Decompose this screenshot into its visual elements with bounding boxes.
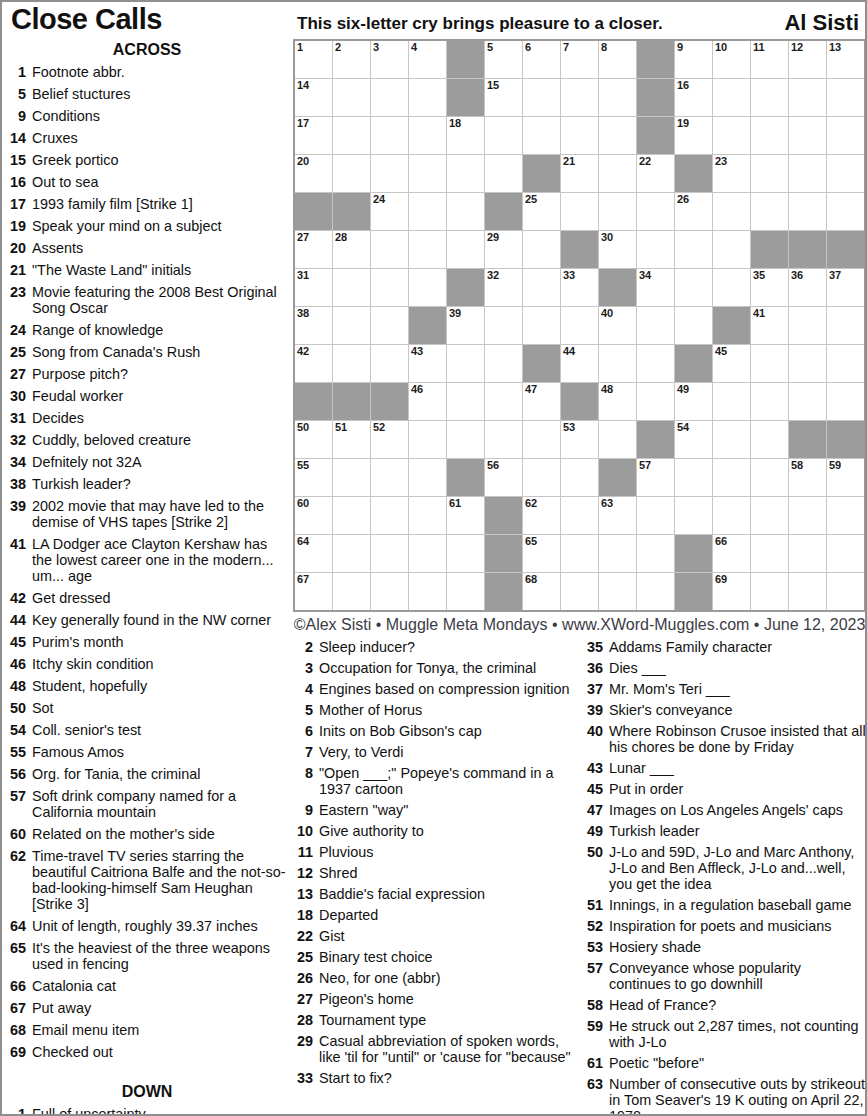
grid-cell-r1c6[interactable]: 5 bbox=[485, 41, 522, 78]
grid-cell-r5c9[interactable] bbox=[599, 193, 636, 230]
block-cell-r8c12 bbox=[713, 307, 750, 344]
clue-down-8: 8"Open ___;" Popeye's command in a 1937 … bbox=[294, 765, 580, 797]
cell-number: 32 bbox=[487, 270, 499, 281]
grid-cell-r3c14[interactable] bbox=[789, 117, 826, 154]
grid-cell-r6c6[interactable]: 29 bbox=[485, 231, 522, 268]
grid-cell-r14c7[interactable]: 65 bbox=[523, 535, 560, 572]
grid-cell-r11c9[interactable] bbox=[599, 421, 636, 458]
block-cell-r4c11 bbox=[675, 155, 712, 192]
cell-number: 7 bbox=[563, 42, 569, 53]
grid-cell-r5c4[interactable] bbox=[409, 193, 446, 230]
grid-cell-r7c15[interactable]: 37 bbox=[827, 269, 864, 306]
block-cell-r12c9 bbox=[599, 459, 636, 496]
meta-prompt: This six-letter cry brings pleasure to a… bbox=[297, 14, 663, 34]
grid-cell-r6c5[interactable] bbox=[447, 231, 484, 268]
clue-down-6: 6Inits on Bob Gibson's cap bbox=[294, 723, 580, 739]
grid-cell-r4c3[interactable] bbox=[371, 155, 408, 192]
grid-cell-r15c8[interactable] bbox=[561, 573, 598, 610]
grid-cell-r4c10[interactable]: 22 bbox=[637, 155, 674, 192]
grid-cell-r4c9[interactable] bbox=[599, 155, 636, 192]
grid-cell-r13c15[interactable] bbox=[827, 497, 864, 534]
grid-cell-r7c14[interactable]: 36 bbox=[789, 269, 826, 306]
cell-number: 42 bbox=[297, 346, 309, 357]
grid-cell-r11c1[interactable]: 50 bbox=[295, 421, 332, 458]
grid-cell-r8c7[interactable] bbox=[523, 307, 560, 344]
clue-text: Number of consecutive outs by strikeout … bbox=[609, 1076, 866, 1116]
clue-down-27: 27Pigeon's home bbox=[294, 991, 580, 1007]
grid-cell-r8c1[interactable]: 38 bbox=[295, 307, 332, 344]
cell-number: 50 bbox=[297, 422, 309, 433]
grid-cell-r15c2[interactable] bbox=[333, 573, 370, 610]
grid-cell-r3c4[interactable] bbox=[409, 117, 446, 154]
grid-cell-r10c14[interactable] bbox=[789, 383, 826, 420]
grid-cell-r8c10[interactable] bbox=[637, 307, 674, 344]
grid-cell-r9c13[interactable] bbox=[751, 345, 788, 382]
grid-cell-r1c4[interactable]: 4 bbox=[409, 41, 446, 78]
cell-number: 37 bbox=[829, 270, 841, 281]
clue-text: Where Robinson Crusoe insisted that all … bbox=[609, 723, 866, 755]
grid-cell-r14c4[interactable] bbox=[409, 535, 446, 572]
grid-cell-r9c1[interactable]: 42 bbox=[295, 345, 332, 382]
grid-cell-r13c10[interactable] bbox=[637, 497, 674, 534]
grid-cell-r12c10[interactable]: 57 bbox=[637, 459, 674, 496]
grid-cell-r11c11[interactable]: 54 bbox=[675, 421, 712, 458]
clue-number: 45 bbox=[584, 781, 603, 797]
grid-cell-r9c3[interactable] bbox=[371, 345, 408, 382]
grid-cell-r15c12[interactable]: 69 bbox=[713, 573, 750, 610]
grid-cell-r6c10[interactable] bbox=[637, 231, 674, 268]
cell-number: 5 bbox=[487, 42, 493, 53]
clue-across-23: 23Movie featuring the 2008 Best Original… bbox=[7, 284, 287, 316]
grid-cell-r15c15[interactable] bbox=[827, 573, 864, 610]
grid-cell-r7c10[interactable]: 34 bbox=[637, 269, 674, 306]
grid-cell-r5c10[interactable] bbox=[637, 193, 674, 230]
grid-cell-r8c9[interactable]: 40 bbox=[599, 307, 636, 344]
clue-across-50: 50Sot bbox=[7, 700, 287, 716]
clue-across-42: 42Get dressed bbox=[7, 590, 287, 606]
grid-cell-r15c14[interactable] bbox=[789, 573, 826, 610]
grid-cell-r4c4[interactable] bbox=[409, 155, 446, 192]
grid-cell-r10c5[interactable] bbox=[447, 383, 484, 420]
grid-cell-r4c6[interactable] bbox=[485, 155, 522, 192]
grid-cell-r2c11[interactable]: 16 bbox=[675, 79, 712, 116]
grid-cell-r15c4[interactable] bbox=[409, 573, 446, 610]
grid-cell-r8c2[interactable] bbox=[333, 307, 370, 344]
grid-cell-r1c7[interactable]: 6 bbox=[523, 41, 560, 78]
clue-down-33: 33Start to fix? bbox=[294, 1070, 580, 1086]
grid-cell-r10c10[interactable] bbox=[637, 383, 674, 420]
clue-text: Eastern "way" bbox=[319, 802, 580, 818]
grid-cell-r8c11[interactable] bbox=[675, 307, 712, 344]
grid-cell-r10c7[interactable]: 47 bbox=[523, 383, 560, 420]
grid-cell-r10c6[interactable] bbox=[485, 383, 522, 420]
grid-cell-r7c1[interactable]: 31 bbox=[295, 269, 332, 306]
grid-cell-r10c13[interactable] bbox=[751, 383, 788, 420]
grid-cell-r2c2[interactable] bbox=[333, 79, 370, 116]
grid-cell-r13c8[interactable] bbox=[561, 497, 598, 534]
grid-cell-r9c6[interactable] bbox=[485, 345, 522, 382]
grid-cell-r14c1[interactable]: 64 bbox=[295, 535, 332, 572]
clue-text: Sleep inducer? bbox=[319, 639, 580, 655]
grid-cell-r9c9[interactable] bbox=[599, 345, 636, 382]
grid-cell-r3c6[interactable] bbox=[485, 117, 522, 154]
grid-cell-r3c15[interactable] bbox=[827, 117, 864, 154]
clue-number: 9 bbox=[7, 108, 26, 124]
grid-cell-r9c15[interactable] bbox=[827, 345, 864, 382]
grid-cell-r12c3[interactable] bbox=[371, 459, 408, 496]
grid-cell-r9c12[interactable]: 45 bbox=[713, 345, 750, 382]
grid-cell-r6c9[interactable]: 30 bbox=[599, 231, 636, 268]
cell-number: 18 bbox=[449, 118, 461, 129]
clue-number: 21 bbox=[7, 262, 26, 278]
clue-text: Shred bbox=[319, 865, 580, 881]
grid-cell-r13c12[interactable] bbox=[713, 497, 750, 534]
clue-text: Skier's conveyance bbox=[609, 702, 866, 718]
block-cell-r7c9 bbox=[599, 269, 636, 306]
block-cell-r8c4 bbox=[409, 307, 446, 344]
grid-cell-r4c14[interactable] bbox=[789, 155, 826, 192]
grid-cell-r9c10[interactable] bbox=[637, 345, 674, 382]
grid-cell-r4c13[interactable] bbox=[751, 155, 788, 192]
grid-cell-r11c6[interactable] bbox=[485, 421, 522, 458]
grid-cell-r6c1[interactable]: 27 bbox=[295, 231, 332, 268]
clue-down-61: 61Poetic "before" bbox=[584, 1055, 866, 1071]
grid-cell-r14c10[interactable] bbox=[637, 535, 674, 572]
grid-cell-r6c4[interactable] bbox=[409, 231, 446, 268]
grid-cell-r10c11[interactable]: 49 bbox=[675, 383, 712, 420]
grid-cell-r14c12[interactable]: 66 bbox=[713, 535, 750, 572]
grid-cell-r10c9[interactable]: 48 bbox=[599, 383, 636, 420]
grid-cell-r12c15[interactable]: 59 bbox=[827, 459, 864, 496]
grid-cell-r13c3[interactable] bbox=[371, 497, 408, 534]
block-cell-r11c10 bbox=[637, 421, 674, 458]
clue-text: Get dressed bbox=[32, 590, 287, 606]
clue-text: Lunar ___ bbox=[609, 760, 866, 776]
grid-cell-r13c9[interactable]: 63 bbox=[599, 497, 636, 534]
grid-cell-r2c4[interactable] bbox=[409, 79, 446, 116]
clue-across-65: 65It's the heaviest of the three weapons… bbox=[7, 940, 287, 972]
grid-cell-r11c13[interactable] bbox=[751, 421, 788, 458]
grid-cell-r3c12[interactable] bbox=[713, 117, 750, 154]
grid-cell-r7c7[interactable] bbox=[523, 269, 560, 306]
grid-cell-r15c3[interactable] bbox=[371, 573, 408, 610]
grid-cell-r4c8[interactable]: 21 bbox=[561, 155, 598, 192]
clue-number: 60 bbox=[7, 826, 26, 842]
clue-text: Song from Canada's Rush bbox=[32, 344, 287, 360]
across-clue-list: 1Footnote abbr.5Belief stuctures9Conditi… bbox=[7, 64, 287, 1060]
clue-down-18: 18Departed bbox=[294, 907, 580, 923]
cell-number: 67 bbox=[297, 574, 309, 585]
grid-cell-r10c4[interactable]: 46 bbox=[409, 383, 446, 420]
clue-number: 67 bbox=[7, 1000, 26, 1016]
grid-cell-r4c1[interactable]: 20 bbox=[295, 155, 332, 192]
grid-cell-r8c15[interactable] bbox=[827, 307, 864, 344]
clue-number: 19 bbox=[7, 218, 26, 234]
grid-cell-r5c13[interactable] bbox=[751, 193, 788, 230]
clue-down-29: 29Casual abbreviation of spoken words, l… bbox=[294, 1033, 580, 1065]
block-cell-r7c5 bbox=[447, 269, 484, 306]
clue-number: 13 bbox=[294, 886, 313, 902]
grid-cell-r9c14[interactable] bbox=[789, 345, 826, 382]
grid-cell-r5c14[interactable] bbox=[789, 193, 826, 230]
grid-cell-r1c12[interactable]: 10 bbox=[713, 41, 750, 78]
grid-cell-r8c3[interactable] bbox=[371, 307, 408, 344]
clue-number: 11 bbox=[294, 844, 313, 860]
grid-cell-r2c13[interactable] bbox=[751, 79, 788, 116]
grid-cell-r3c5[interactable]: 18 bbox=[447, 117, 484, 154]
grid-cell-r15c10[interactable] bbox=[637, 573, 674, 610]
grid-cell-r7c3[interactable] bbox=[371, 269, 408, 306]
clue-text: 1993 family film [Strike 1] bbox=[32, 196, 287, 212]
grid-cell-r5c3[interactable]: 24 bbox=[371, 193, 408, 230]
grid-cell-r12c14[interactable]: 58 bbox=[789, 459, 826, 496]
grid-cell-r7c6[interactable]: 32 bbox=[485, 269, 522, 306]
clue-text: Occupation for Tonya, the criminal bbox=[319, 660, 580, 676]
clue-text: Related on the mother's side bbox=[32, 826, 287, 842]
grid-cell-r9c4[interactable]: 43 bbox=[409, 345, 446, 382]
grid-cell-r11c7[interactable] bbox=[523, 421, 560, 458]
grid-cell-r12c2[interactable] bbox=[333, 459, 370, 496]
down-clue-list-right: 35Addams Family character36Dies ___37Mr.… bbox=[584, 639, 866, 1116]
block-cell-r10c1 bbox=[295, 383, 332, 420]
clue-across-27: 27Purpose pitch? bbox=[7, 366, 287, 382]
grid-cell-r7c2[interactable] bbox=[333, 269, 370, 306]
clue-number: 37 bbox=[584, 681, 603, 697]
across-clue-column: ACROSS 1Footnote abbr.5Belief stuctures9… bbox=[7, 42, 287, 1116]
grid-cell-r2c15[interactable] bbox=[827, 79, 864, 116]
grid-cell-r3c13[interactable] bbox=[751, 117, 788, 154]
grid-cell-r12c8[interactable] bbox=[561, 459, 598, 496]
grid-cell-r4c5[interactable] bbox=[447, 155, 484, 192]
grid-cell-r5c12[interactable] bbox=[713, 193, 750, 230]
grid-cell-r3c8[interactable] bbox=[561, 117, 598, 154]
cell-number: 44 bbox=[563, 346, 575, 357]
clue-down-43: 43Lunar ___ bbox=[584, 760, 866, 776]
clue-across-44: 44Key generally found in the NW corner bbox=[7, 612, 287, 628]
cell-number: 60 bbox=[297, 498, 309, 509]
clue-number: 64 bbox=[7, 918, 26, 934]
grid-cell-r14c14[interactable] bbox=[789, 535, 826, 572]
grid-cell-r2c8[interactable] bbox=[561, 79, 598, 116]
cell-number: 54 bbox=[677, 422, 689, 433]
clue-text: LA Dodger ace Clayton Kershaw has the lo… bbox=[32, 536, 287, 584]
grid-cell-r8c8[interactable] bbox=[561, 307, 598, 344]
clue-across-16: 16Out to sea bbox=[7, 174, 287, 190]
grid-cell-r3c11[interactable]: 19 bbox=[675, 117, 712, 154]
clue-across-25: 25Song from Canada's Rush bbox=[7, 344, 287, 360]
clue-text: Innings, in a regulation baseball game bbox=[609, 897, 866, 913]
clue-number: 39 bbox=[584, 702, 603, 718]
grid-cell-r11c8[interactable]: 53 bbox=[561, 421, 598, 458]
grid-cell-r1c1[interactable]: 1 bbox=[295, 41, 332, 78]
clue-text: Images on Los Angeles Angels' caps bbox=[609, 802, 866, 818]
grid-cell-r3c7[interactable] bbox=[523, 117, 560, 154]
grid-cell-r9c5[interactable] bbox=[447, 345, 484, 382]
grid-cell-r1c3[interactable]: 3 bbox=[371, 41, 408, 78]
cell-number: 17 bbox=[297, 118, 309, 129]
clue-down-40: 40Where Robinson Crusoe insisted that al… bbox=[584, 723, 866, 755]
clue-text: Mother of Horus bbox=[319, 702, 580, 718]
block-cell-r9c7 bbox=[523, 345, 560, 382]
clue-across-41: 41LA Dodger ace Clayton Kershaw has the … bbox=[7, 536, 287, 584]
grid-cell-r5c8[interactable] bbox=[561, 193, 598, 230]
grid-cell-r6c12[interactable] bbox=[713, 231, 750, 268]
cell-number: 34 bbox=[639, 270, 651, 281]
clue-across-57: 57Soft drink company named for a Califor… bbox=[7, 788, 287, 820]
grid-cell-r15c1[interactable]: 67 bbox=[295, 573, 332, 610]
grid-cell-r13c5[interactable]: 61 bbox=[447, 497, 484, 534]
clue-text: Pluvious bbox=[319, 844, 580, 860]
clue-number: 4 bbox=[294, 681, 313, 697]
grid-cell-r12c7[interactable] bbox=[523, 459, 560, 496]
grid-cell-r7c13[interactable]: 35 bbox=[751, 269, 788, 306]
clue-across-60: 60Related on the mother's side bbox=[7, 826, 287, 842]
grid-cell-r13c4[interactable] bbox=[409, 497, 446, 534]
cell-number: 22 bbox=[639, 156, 651, 167]
grid-cell-r10c12[interactable] bbox=[713, 383, 750, 420]
grid-cell-r11c4[interactable] bbox=[409, 421, 446, 458]
clue-down-10: 10Give authority to bbox=[294, 823, 580, 839]
grid-cell-r2c7[interactable] bbox=[523, 79, 560, 116]
grid-cell-r8c14[interactable] bbox=[789, 307, 826, 344]
grid-cell-r12c1[interactable]: 55 bbox=[295, 459, 332, 496]
grid-cell-r1c11[interactable]: 9 bbox=[675, 41, 712, 78]
grid-cell-r1c2[interactable]: 2 bbox=[333, 41, 370, 78]
clue-text: Movie featuring the 2008 Best Original S… bbox=[32, 284, 287, 316]
cell-number: 9 bbox=[677, 42, 683, 53]
grid-cell-r13c11[interactable] bbox=[675, 497, 712, 534]
cell-number: 2 bbox=[335, 42, 341, 53]
grid-cell-r14c9[interactable] bbox=[599, 535, 636, 572]
grid-cell-r4c12[interactable]: 23 bbox=[713, 155, 750, 192]
grid-cell-r15c7[interactable]: 68 bbox=[523, 573, 560, 610]
grid-cell-r15c13[interactable] bbox=[751, 573, 788, 610]
clue-text: Soft drink company named for a Californi… bbox=[32, 788, 287, 820]
grid-cell-r3c9[interactable] bbox=[599, 117, 636, 154]
grid-cell-r5c11[interactable]: 26 bbox=[675, 193, 712, 230]
grid-cell-r13c2[interactable] bbox=[333, 497, 370, 534]
block-cell-r6c8 bbox=[561, 231, 598, 268]
grid-cell-r6c3[interactable] bbox=[371, 231, 408, 268]
grid-cell-r13c13[interactable] bbox=[751, 497, 788, 534]
block-cell-r1c5 bbox=[447, 41, 484, 78]
grid-cell-r12c6[interactable]: 56 bbox=[485, 459, 522, 496]
grid-cell-r5c7[interactable]: 25 bbox=[523, 193, 560, 230]
cell-number: 26 bbox=[677, 194, 689, 205]
grid-cell-r2c12[interactable] bbox=[713, 79, 750, 116]
grid-cell-r1c15[interactable]: 13 bbox=[827, 41, 864, 78]
clue-text: Feudal worker bbox=[32, 388, 287, 404]
grid-cell-r14c8[interactable] bbox=[561, 535, 598, 572]
grid-cell-r10c15[interactable] bbox=[827, 383, 864, 420]
grid-cell-r14c13[interactable] bbox=[751, 535, 788, 572]
grid-cell-r6c2[interactable]: 28 bbox=[333, 231, 370, 268]
block-cell-r10c2 bbox=[333, 383, 370, 420]
grid-cell-r1c9[interactable]: 8 bbox=[599, 41, 636, 78]
clue-across-68: 68Email menu item bbox=[7, 1022, 287, 1038]
clue-down-3: 3Occupation for Tonya, the criminal bbox=[294, 660, 580, 676]
clue-number: 45 bbox=[7, 634, 26, 650]
cell-number: 3 bbox=[373, 42, 379, 53]
grid-cell-r2c14[interactable] bbox=[789, 79, 826, 116]
grid-cell-r7c8[interactable]: 33 bbox=[561, 269, 598, 306]
grid-cell-r2c9[interactable] bbox=[599, 79, 636, 116]
grid-cell-r15c9[interactable] bbox=[599, 573, 636, 610]
cell-number: 6 bbox=[525, 42, 531, 53]
grid-cell-r14c2[interactable] bbox=[333, 535, 370, 572]
grid-cell-r5c5[interactable] bbox=[447, 193, 484, 230]
clue-down-59: 59He struck out 2,287 times, not countin… bbox=[584, 1018, 866, 1050]
clue-across-34: 34Defnitely not 32A bbox=[7, 454, 287, 470]
grid-cell-r11c12[interactable] bbox=[713, 421, 750, 458]
grid-cell-r1c8[interactable]: 7 bbox=[561, 41, 598, 78]
grid-cell-r7c4[interactable] bbox=[409, 269, 446, 306]
grid-cell-r13c1[interactable]: 60 bbox=[295, 497, 332, 534]
grid-cell-r11c3[interactable]: 52 bbox=[371, 421, 408, 458]
grid-cell-r3c1[interactable]: 17 bbox=[295, 117, 332, 154]
grid-cell-r7c12[interactable] bbox=[713, 269, 750, 306]
grid-cell-r12c12[interactable] bbox=[713, 459, 750, 496]
grid-cell-r7c11[interactable] bbox=[675, 269, 712, 306]
grid-cell-r4c2[interactable] bbox=[333, 155, 370, 192]
grid-cell-r2c1[interactable]: 14 bbox=[295, 79, 332, 116]
clue-across-14: 14Cruxes bbox=[7, 130, 287, 146]
grid-cell-r13c7[interactable]: 62 bbox=[523, 497, 560, 534]
grid-cell-r2c3[interactable] bbox=[371, 79, 408, 116]
grid-cell-r8c6[interactable] bbox=[485, 307, 522, 344]
grid-cell-r9c8[interactable]: 44 bbox=[561, 345, 598, 382]
grid-cell-r2c6[interactable]: 15 bbox=[485, 79, 522, 116]
grid-cell-r8c13[interactable]: 41 bbox=[751, 307, 788, 344]
grid-cell-r12c11[interactable] bbox=[675, 459, 712, 496]
block-cell-r14c11 bbox=[675, 535, 712, 572]
clue-number: 33 bbox=[294, 1070, 313, 1086]
grid-cell-r3c3[interactable] bbox=[371, 117, 408, 154]
cell-number: 23 bbox=[715, 156, 727, 167]
grid-cell-r6c11[interactable] bbox=[675, 231, 712, 268]
grid-cell-r11c5[interactable] bbox=[447, 421, 484, 458]
clue-text: Poetic "before" bbox=[609, 1055, 866, 1071]
clue-number: 41 bbox=[7, 536, 26, 584]
clue-number: 36 bbox=[584, 660, 603, 676]
down-clue-column-right: 35Addams Family character36Dies ___37Mr.… bbox=[584, 639, 866, 1116]
grid-cell-r5c15[interactable] bbox=[827, 193, 864, 230]
cell-number: 48 bbox=[601, 384, 613, 395]
block-cell-r2c10 bbox=[637, 79, 674, 116]
grid-cell-r12c4[interactable] bbox=[409, 459, 446, 496]
grid-cell-r11c2[interactable]: 51 bbox=[333, 421, 370, 458]
grid-cell-r3c2[interactable] bbox=[333, 117, 370, 154]
grid-cell-r14c3[interactable] bbox=[371, 535, 408, 572]
clue-number: 5 bbox=[294, 702, 313, 718]
grid-cell-r4c15[interactable] bbox=[827, 155, 864, 192]
grid-cell-r14c15[interactable] bbox=[827, 535, 864, 572]
clue-text: Addams Family character bbox=[609, 639, 866, 655]
grid-cell-r13c14[interactable] bbox=[789, 497, 826, 534]
clue-across-54: 54Coll. senior's test bbox=[7, 722, 287, 738]
grid-cell-r15c5[interactable] bbox=[447, 573, 484, 610]
grid-cell-r12c13[interactable] bbox=[751, 459, 788, 496]
clue-across-32: 32Cuddly, beloved creature bbox=[7, 432, 287, 448]
grid-cell-r14c5[interactable] bbox=[447, 535, 484, 572]
clue-down-12: 12Shred bbox=[294, 865, 580, 881]
grid-cell-r9c2[interactable] bbox=[333, 345, 370, 382]
clue-across-21: 21"The Waste Land" initials bbox=[7, 262, 287, 278]
grid-cell-r6c7[interactable] bbox=[523, 231, 560, 268]
grid-cell-r1c14[interactable]: 12 bbox=[789, 41, 826, 78]
grid-cell-r8c5[interactable]: 39 bbox=[447, 307, 484, 344]
grid-cell-r1c13[interactable]: 11 bbox=[751, 41, 788, 78]
